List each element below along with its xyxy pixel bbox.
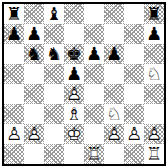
piece-glyph: ♞ (44, 44, 64, 64)
piece-white-rook[interactable]: ♜♖ (144, 144, 164, 164)
square-d1[interactable] (64, 144, 84, 164)
piece-glyph: ♜ (4, 4, 24, 24)
piece-glyph: ♜ (144, 4, 164, 24)
square-a5[interactable] (4, 64, 24, 84)
piece-white-pawn[interactable]: ♟♙ (144, 124, 164, 144)
square-d2[interactable]: ♚♔ (64, 124, 84, 144)
square-e5[interactable] (84, 64, 104, 84)
square-c8[interactable]: ♝ (44, 4, 64, 24)
piece-white-bishop[interactable]: ♝♗ (64, 104, 84, 124)
piece-glyph: ♟ (84, 44, 104, 64)
square-f1[interactable] (104, 144, 124, 164)
piece-glyph: ♟ (4, 24, 24, 44)
piece-black-pawn[interactable]: ♟ (144, 24, 164, 44)
piece-outline: ♙ (64, 84, 84, 104)
square-g5[interactable] (124, 64, 144, 84)
piece-black-knight[interactable]: ♞ (24, 44, 44, 64)
square-e8[interactable] (84, 4, 104, 24)
piece-glyph: ♞ (24, 44, 44, 64)
square-c5[interactable] (44, 64, 64, 84)
piece-white-pawn[interactable]: ♟♙ (64, 84, 84, 104)
square-a3[interactable] (4, 104, 24, 124)
square-h8[interactable]: ♜ (144, 4, 164, 24)
chess-diagram: ♜♝♜♟♟♟♞♞♚♟♟♟♞♘♟♙♝♗♞♘♟♙♟♙♚♔♟♙♟♙♟♙♜♖♜♖ (0, 0, 168, 168)
square-h6[interactable] (144, 44, 164, 64)
piece-white-pawn[interactable]: ♟♙ (4, 124, 24, 144)
square-f4[interactable] (104, 84, 124, 104)
square-h2[interactable]: ♟♙ (144, 124, 164, 144)
square-d8[interactable] (64, 4, 84, 24)
piece-black-rook[interactable]: ♜ (144, 4, 164, 24)
square-c2[interactable] (44, 124, 64, 144)
square-d6[interactable]: ♚ (64, 44, 84, 64)
piece-outline: ♘ (104, 104, 124, 124)
square-d7[interactable] (64, 24, 84, 44)
piece-outline: ♙ (104, 124, 124, 144)
square-c3[interactable] (44, 104, 64, 124)
square-e6[interactable]: ♟ (84, 44, 104, 64)
square-g4[interactable] (124, 84, 144, 104)
square-b8[interactable] (24, 4, 44, 24)
square-d4[interactable]: ♟♙ (64, 84, 84, 104)
square-h1[interactable]: ♜♖ (144, 144, 164, 164)
piece-white-pawn[interactable]: ♟♙ (124, 124, 144, 144)
square-g1[interactable] (124, 144, 144, 164)
square-e3[interactable] (84, 104, 104, 124)
square-c4[interactable] (44, 84, 64, 104)
piece-black-pawn[interactable]: ♟ (104, 44, 124, 64)
piece-black-pawn[interactable]: ♟ (24, 24, 44, 44)
piece-outline: ♙ (24, 124, 44, 144)
square-b2[interactable]: ♟♙ (24, 124, 44, 144)
piece-white-knight[interactable]: ♞♘ (144, 64, 164, 84)
piece-white-king[interactable]: ♚♔ (64, 124, 84, 144)
piece-glyph: ♟ (104, 44, 124, 64)
piece-outline: ♔ (64, 124, 84, 144)
square-f6[interactable]: ♟ (104, 44, 124, 64)
piece-outline: ♙ (124, 124, 144, 144)
square-h5[interactable]: ♞♘ (144, 64, 164, 84)
piece-white-knight[interactable]: ♞♘ (104, 104, 124, 124)
square-e2[interactable] (84, 124, 104, 144)
square-f2[interactable]: ♟♙ (104, 124, 124, 144)
piece-black-pawn[interactable]: ♟ (64, 64, 84, 84)
square-b7[interactable]: ♟ (24, 24, 44, 44)
square-g7[interactable] (124, 24, 144, 44)
square-h7[interactable]: ♟ (144, 24, 164, 44)
square-h3[interactable] (144, 104, 164, 124)
piece-outline: ♗ (64, 104, 84, 124)
piece-black-rook[interactable]: ♜ (4, 4, 24, 24)
square-f7[interactable] (104, 24, 124, 44)
piece-black-king[interactable]: ♚ (64, 44, 84, 64)
square-e7[interactable] (84, 24, 104, 44)
square-f5[interactable] (104, 64, 124, 84)
piece-glyph: ♝ (44, 4, 64, 24)
piece-black-bishop[interactable]: ♝ (44, 4, 64, 24)
square-g3[interactable] (124, 104, 144, 124)
piece-white-rook[interactable]: ♜♖ (84, 144, 104, 164)
piece-outline: ♙ (4, 124, 24, 144)
piece-white-pawn[interactable]: ♟♙ (24, 124, 44, 144)
square-c6[interactable]: ♞ (44, 44, 64, 64)
piece-glyph: ♟ (144, 24, 164, 44)
square-b1[interactable] (24, 144, 44, 164)
piece-outline: ♖ (84, 144, 104, 164)
square-c7[interactable] (44, 24, 64, 44)
piece-black-knight[interactable]: ♞ (44, 44, 64, 64)
square-e4[interactable] (84, 84, 104, 104)
square-b5[interactable] (24, 64, 44, 84)
piece-glyph: ♚ (64, 44, 84, 64)
square-d5[interactable]: ♟ (64, 64, 84, 84)
chess-board: ♜♝♜♟♟♟♞♞♚♟♟♟♞♘♟♙♝♗♞♘♟♙♟♙♚♔♟♙♟♙♟♙♜♖♜♖ (2, 2, 166, 166)
square-a4[interactable] (4, 84, 24, 104)
square-b6[interactable]: ♞ (24, 44, 44, 64)
square-a8[interactable]: ♜ (4, 4, 24, 24)
square-c1[interactable] (44, 144, 64, 164)
square-h4[interactable] (144, 84, 164, 104)
square-b3[interactable] (24, 104, 44, 124)
piece-black-pawn[interactable]: ♟ (4, 24, 24, 44)
piece-outline: ♖ (144, 144, 164, 164)
square-g2[interactable]: ♟♙ (124, 124, 144, 144)
square-g8[interactable] (124, 4, 144, 24)
piece-glyph: ♟ (24, 24, 44, 44)
square-d3[interactable]: ♝♗ (64, 104, 84, 124)
square-a6[interactable] (4, 44, 24, 64)
square-a1[interactable] (4, 144, 24, 164)
square-a7[interactable]: ♟ (4, 24, 24, 44)
piece-outline: ♙ (144, 124, 164, 144)
square-g6[interactable] (124, 44, 144, 64)
piece-glyph: ♟ (64, 64, 84, 84)
piece-white-pawn[interactable]: ♟♙ (104, 124, 124, 144)
square-f8[interactable] (104, 4, 124, 24)
square-f3[interactable]: ♞♘ (104, 104, 124, 124)
square-b4[interactable] (24, 84, 44, 104)
piece-black-pawn[interactable]: ♟ (84, 44, 104, 64)
square-a2[interactable]: ♟♙ (4, 124, 24, 144)
piece-outline: ♘ (144, 64, 164, 84)
square-e1[interactable]: ♜♖ (84, 144, 104, 164)
